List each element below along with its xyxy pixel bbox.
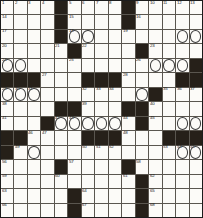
clue-number: 58	[136, 160, 140, 164]
clue-number: 41	[2, 116, 6, 120]
cell-r11c5[interactable]	[55, 146, 67, 159]
cell-r1c3[interactable]: 3	[28, 1, 40, 14]
cell-r9c3[interactable]	[28, 117, 40, 130]
clue-number: 28	[123, 73, 127, 77]
clue-number: 5	[69, 1, 71, 5]
cell-r4c4[interactable]	[41, 44, 53, 57]
clue-number: 51	[96, 145, 100, 149]
block-cell-r1c5	[55, 1, 67, 14]
cell-r1c11[interactable]: 9	[136, 1, 148, 14]
clue-number: 2	[15, 1, 17, 5]
cell-r2c8[interactable]	[95, 15, 107, 28]
cell-r4c8[interactable]	[95, 44, 107, 57]
cell-r10c4[interactable]: 47	[41, 131, 53, 144]
cell-r7c7[interactable]: 32	[82, 88, 94, 101]
circle-marker-icon	[2, 88, 13, 100]
block-cell-r4c6	[68, 44, 80, 57]
cell-r2c4[interactable]	[41, 15, 53, 28]
block-cell-r15c6	[68, 204, 80, 217]
cell-r3c1[interactable]: 17	[1, 30, 13, 43]
clue-number: 48	[123, 131, 127, 135]
circle-marker-icon	[55, 117, 66, 129]
cell-r14c7[interactable]: 64	[82, 189, 94, 202]
cell-r14c13[interactable]	[163, 189, 175, 202]
cell-r15c3[interactable]	[28, 204, 40, 217]
block-cell-r6c2	[14, 73, 26, 86]
clue-number: 18	[69, 29, 73, 33]
cell-r15c2[interactable]	[14, 204, 26, 217]
cell-r9c14[interactable]	[176, 117, 188, 130]
cell-r3c8[interactable]	[95, 30, 107, 43]
cell-r1c1[interactable]: 1	[1, 1, 13, 14]
cell-r1c6[interactable]: 5	[68, 1, 80, 14]
cell-r14c8[interactable]	[95, 189, 107, 202]
cell-r7c2[interactable]: 30	[14, 88, 26, 101]
cell-r6c11[interactable]	[136, 73, 148, 86]
cell-r5c11[interactable]: 26	[136, 59, 148, 72]
cell-r4c9[interactable]	[109, 44, 121, 57]
cell-r9c1[interactable]: 41	[1, 117, 13, 130]
block-cell-r1c10	[122, 1, 134, 14]
cell-r5c5[interactable]	[55, 59, 67, 72]
cell-r6c4[interactable]: 27	[41, 73, 53, 86]
cell-r15c12[interactable]: 68	[149, 204, 161, 217]
cell-r3c12[interactable]	[149, 30, 161, 43]
block-cell-r10c13	[163, 131, 175, 144]
block-cell-r6c7	[82, 73, 94, 86]
cell-r1c8[interactable]: 7	[95, 1, 107, 14]
cell-r11c15[interactable]: 55	[190, 146, 202, 159]
cell-r9c2[interactable]	[14, 117, 26, 130]
cell-r14c2[interactable]	[14, 189, 26, 202]
cell-r11c10[interactable]	[122, 146, 134, 159]
cell-r5c14[interactable]	[176, 59, 188, 72]
block-cell-r13c11	[136, 175, 148, 188]
circle-marker-icon	[150, 59, 161, 71]
cell-r6c6[interactable]	[68, 73, 80, 86]
clue-number: 16	[136, 15, 140, 19]
cell-r3c2[interactable]	[14, 30, 26, 43]
clue-number: 4	[42, 1, 44, 5]
cell-r4c12[interactable]: 23	[149, 44, 161, 57]
cell-r15c9[interactable]	[109, 204, 121, 217]
cell-r12c11[interactable]: 58	[136, 160, 148, 173]
cell-r13c5[interactable]: 60	[55, 175, 67, 188]
cell-r9c7[interactable]	[82, 117, 94, 130]
clue-number: 53	[163, 145, 167, 149]
cell-r7c4[interactable]	[41, 88, 53, 101]
cell-r9c5[interactable]: 42	[55, 117, 67, 130]
clue-number: 25	[69, 58, 73, 62]
cell-r5c3[interactable]	[28, 59, 40, 72]
cell-r9c9[interactable]	[109, 117, 121, 130]
cell-r2c11[interactable]: 16	[136, 15, 148, 28]
cell-r3c13[interactable]	[163, 30, 175, 43]
circle-marker-icon	[177, 30, 188, 42]
cell-r12c14[interactable]	[176, 160, 188, 173]
cell-r11c11[interactable]	[136, 146, 148, 159]
cell-r13c15[interactable]	[190, 175, 202, 188]
cell-r8c15[interactable]	[190, 102, 202, 115]
block-cell-r15c11	[136, 204, 148, 217]
block-cell-r6c3	[28, 73, 40, 86]
clue-number: 27	[42, 73, 46, 77]
cell-r9c13[interactable]	[163, 117, 175, 130]
cell-r12c13[interactable]	[163, 160, 175, 173]
block-cell-r12c10	[122, 160, 134, 173]
cell-r7c15[interactable]: 37	[190, 88, 202, 101]
cell-r8c3[interactable]	[28, 102, 40, 115]
cell-r11c13[interactable]: 53	[163, 146, 175, 159]
cell-r8c12[interactable]: 40	[149, 102, 161, 115]
clue-number: 44	[123, 116, 127, 120]
cell-r3c6[interactable]: 18	[68, 30, 80, 43]
clue-number: 54	[177, 145, 181, 149]
cell-r3c10[interactable]: 19	[122, 30, 134, 43]
cell-r12c8[interactable]	[95, 160, 107, 173]
cell-r5c6[interactable]: 25	[68, 59, 80, 72]
block-cell-r3c5	[55, 30, 67, 43]
cell-r1c4[interactable]: 4	[41, 1, 53, 14]
clue-number: 26	[136, 58, 140, 62]
block-cell-r6c9	[109, 73, 121, 86]
clue-number: 40	[150, 102, 154, 106]
clue-number: 21	[55, 44, 59, 48]
cell-r15c7[interactable]: 67	[82, 204, 94, 217]
cell-r15c15[interactable]	[190, 204, 202, 217]
cell-r2c14[interactable]	[176, 15, 188, 28]
cell-r11c7[interactable]: 50	[82, 146, 94, 159]
clue-number: 60	[55, 174, 59, 178]
block-cell-r5c15	[190, 59, 202, 72]
clue-number: 56	[2, 160, 6, 164]
cell-r7c8[interactable]: 33	[95, 88, 107, 101]
cell-r4c1[interactable]: 20	[1, 44, 13, 57]
cell-r6c13[interactable]	[163, 73, 175, 86]
cell-r15c13[interactable]	[163, 204, 175, 217]
cell-r13c14[interactable]	[176, 175, 188, 188]
clue-number: 20	[2, 44, 6, 48]
cell-r15c8[interactable]	[95, 204, 107, 217]
cell-r2c3[interactable]	[28, 15, 40, 28]
clue-number: 33	[96, 87, 100, 91]
cell-r7c5[interactable]	[55, 88, 67, 101]
cell-r2c1[interactable]: 14	[1, 15, 13, 28]
block-cell-r10c2	[14, 131, 26, 144]
cell-r15c4[interactable]	[41, 204, 53, 217]
clue-number: 15	[69, 15, 73, 19]
clue-number: 50	[82, 145, 86, 149]
cell-r11c14[interactable]: 54	[176, 146, 188, 159]
cell-r8c13[interactable]	[163, 102, 175, 115]
cell-r15c14[interactable]	[176, 204, 188, 217]
cell-r11c6[interactable]	[68, 146, 80, 159]
cell-r6c5[interactable]	[55, 73, 67, 86]
cell-r8c2[interactable]	[14, 102, 26, 115]
cell-r13c6[interactable]	[68, 175, 80, 188]
cell-r2c9[interactable]	[109, 15, 121, 28]
clue-number: 57	[69, 160, 73, 164]
block-cell-r6c1	[1, 73, 13, 86]
clue-number: 46	[28, 131, 32, 135]
cell-r10c3[interactable]: 46	[28, 131, 40, 144]
cell-r3c3[interactable]	[28, 30, 40, 43]
cell-r5c7[interactable]	[82, 59, 94, 72]
cell-r14c4[interactable]	[41, 189, 53, 202]
block-cell-r14c11	[136, 189, 148, 202]
cell-r7c9[interactable]: 34	[109, 88, 121, 101]
cell-r5c2[interactable]	[14, 59, 26, 72]
cell-r11c9[interactable]: 52	[109, 146, 121, 159]
cell-r3c15[interactable]	[190, 30, 202, 43]
cell-r12c2[interactable]	[14, 160, 26, 173]
cell-r1c2[interactable]: 2	[14, 1, 26, 14]
cell-r1c9[interactable]: 8	[109, 1, 121, 14]
cell-r4c5[interactable]: 21	[55, 44, 67, 57]
cell-r12c15[interactable]	[190, 160, 202, 173]
cell-r5c8[interactable]	[95, 59, 107, 72]
cell-r3c11[interactable]	[136, 30, 148, 43]
clue-number: 68	[150, 203, 154, 207]
cell-r9c12[interactable]: 45	[149, 117, 161, 130]
cell-r10c5[interactable]	[55, 131, 67, 144]
cell-r12c1[interactable]: 56	[1, 160, 13, 173]
cell-r13c8[interactable]	[95, 175, 107, 188]
cell-r15c5[interactable]	[55, 204, 67, 217]
cell-r3c4[interactable]	[41, 30, 53, 43]
clue-number: 12	[177, 1, 181, 5]
cell-r14c5[interactable]	[55, 189, 67, 202]
cell-r12c4[interactable]	[41, 160, 53, 173]
cell-r6c12[interactable]	[149, 73, 161, 86]
block-cell-r12c5	[55, 160, 67, 173]
cell-r3c14[interactable]	[176, 30, 188, 43]
cell-r13c12[interactable]: 62	[149, 175, 161, 188]
cell-r9c6[interactable]: 43	[68, 117, 80, 130]
cell-r7c11[interactable]	[136, 88, 148, 101]
cell-r14c10[interactable]	[122, 189, 134, 202]
block-cell-r4c11	[136, 44, 148, 57]
block-cell-r10c15	[190, 131, 202, 144]
block-cell-r8c10	[122, 102, 134, 115]
circle-marker-icon	[163, 59, 174, 71]
cell-r11c8[interactable]: 51	[95, 146, 107, 159]
cell-r8c8[interactable]	[95, 102, 107, 115]
cell-r4c15[interactable]	[190, 44, 202, 57]
clue-number: 9	[136, 1, 138, 5]
block-cell-r10c1	[1, 131, 13, 144]
cell-r1c12[interactable]: 10	[149, 1, 161, 14]
cell-r7c13[interactable]: 35	[163, 88, 175, 101]
cell-r7c14[interactable]: 36	[176, 88, 188, 101]
clue-number: 36	[177, 87, 181, 91]
circle-marker-icon	[2, 59, 13, 71]
cell-r1c15[interactable]: 13	[190, 1, 202, 14]
block-cell-r2c5	[55, 15, 67, 28]
cell-r4c13[interactable]	[163, 44, 175, 57]
clue-number: 63	[2, 189, 6, 193]
cell-r13c9[interactable]	[109, 175, 121, 188]
circle-marker-icon	[69, 30, 80, 42]
cell-r2c15[interactable]	[190, 15, 202, 28]
block-cell-r10c7	[82, 131, 94, 144]
cell-r2c12[interactable]	[149, 15, 161, 28]
clue-number: 3	[28, 1, 30, 5]
cell-r13c7[interactable]	[82, 175, 94, 188]
cell-r11c12[interactable]	[149, 146, 161, 159]
cell-r13c4[interactable]	[41, 175, 53, 188]
clue-number: 8	[109, 1, 111, 5]
circle-marker-icon	[82, 117, 93, 129]
cell-r9c10[interactable]: 44	[122, 117, 134, 130]
cell-r13c1[interactable]: 59	[1, 175, 13, 188]
cell-r4c3[interactable]	[28, 44, 40, 57]
block-cell-r9c11	[136, 117, 148, 130]
cell-r4c10[interactable]	[122, 44, 134, 57]
cell-r8c4[interactable]	[41, 102, 53, 115]
clue-number: 7	[96, 1, 98, 5]
cell-r2c2[interactable]	[14, 15, 26, 28]
cell-r8c1[interactable]: 38	[1, 102, 13, 115]
cell-r13c13[interactable]	[163, 175, 175, 188]
clue-number: 34	[109, 87, 113, 91]
cell-r4c14[interactable]	[176, 44, 188, 57]
block-cell-r9c4	[41, 117, 53, 130]
clue-number: 61	[123, 174, 127, 178]
clue-number: 39	[82, 102, 86, 106]
cell-r3c7[interactable]	[82, 30, 94, 43]
cell-r14c3[interactable]	[28, 189, 40, 202]
cell-r14c12[interactable]: 65	[149, 189, 161, 202]
clue-number: 66	[2, 203, 6, 207]
cell-r4c7[interactable]: 22	[82, 44, 94, 57]
block-cell-r11c1	[1, 146, 13, 159]
clue-number: 19	[123, 29, 127, 33]
cell-r11c3[interactable]	[28, 146, 40, 159]
cell-r15c10[interactable]	[122, 204, 134, 217]
cell-r12c12[interactable]	[149, 160, 161, 173]
cell-r7c3[interactable]: 31	[28, 88, 40, 101]
cell-r14c9[interactable]	[109, 189, 121, 202]
circle-marker-icon	[28, 146, 39, 158]
circle-marker-icon	[82, 30, 93, 42]
cell-r10c11[interactable]	[136, 131, 148, 144]
block-cell-r6c8	[95, 73, 107, 86]
cell-r12c9[interactable]	[109, 160, 121, 173]
clue-number: 10	[150, 1, 154, 5]
circle-marker-icon	[96, 117, 107, 129]
clue-number: 59	[2, 174, 6, 178]
circle-marker-icon	[177, 117, 188, 129]
circle-marker-icon	[177, 59, 188, 71]
block-cell-r14c6	[68, 189, 80, 202]
block-cell-r8c5	[55, 102, 67, 115]
clue-number: 30	[15, 87, 19, 91]
cell-r8c14[interactable]	[176, 102, 188, 115]
clue-number: 55	[190, 145, 194, 149]
clue-number: 11	[163, 1, 167, 5]
cell-r1c13[interactable]: 11	[163, 1, 175, 14]
cell-r13c2[interactable]	[14, 175, 26, 188]
block-cell-r7c12	[149, 88, 161, 101]
clue-number: 6	[82, 1, 84, 5]
cell-r13c3[interactable]	[28, 175, 40, 188]
clue-number: 24	[2, 58, 6, 62]
circle-marker-icon	[136, 88, 147, 100]
clue-number: 43	[69, 116, 73, 120]
cell-r5c4[interactable]	[41, 59, 53, 72]
cell-r7c1[interactable]: 29	[1, 88, 13, 101]
cell-r1c7[interactable]: 6	[82, 1, 94, 14]
clue-number: 1	[2, 1, 4, 5]
circle-marker-icon	[190, 146, 201, 158]
clue-number: 29	[2, 87, 6, 91]
clue-number: 67	[82, 203, 86, 207]
cell-r11c4[interactable]	[41, 146, 53, 159]
clue-number: 35	[163, 87, 167, 91]
cell-r7c10[interactable]	[122, 88, 134, 101]
block-cell-r6c15	[190, 73, 202, 86]
cell-r9c8[interactable]	[95, 117, 107, 130]
cell-r8c9[interactable]	[109, 102, 121, 115]
clue-number: 65	[150, 189, 154, 193]
cell-r14c1[interactable]: 63	[1, 189, 13, 202]
clue-number: 17	[2, 29, 6, 33]
cell-r2c6[interactable]: 15	[68, 15, 80, 28]
clue-number: 64	[82, 189, 86, 193]
cell-r2c7[interactable]	[82, 15, 94, 28]
clue-number: 47	[42, 131, 46, 135]
cell-r7c6[interactable]	[68, 88, 80, 101]
cell-r15c1[interactable]: 66	[1, 204, 13, 217]
clue-number: 49	[15, 145, 19, 149]
circle-marker-icon	[177, 146, 188, 158]
cell-r10c10[interactable]: 48	[122, 131, 134, 144]
circle-marker-icon	[69, 117, 80, 129]
cell-r12c6[interactable]: 57	[68, 160, 80, 173]
cell-r9c15[interactable]	[190, 117, 202, 130]
cell-r10c6[interactable]	[68, 131, 80, 144]
cell-r8c7[interactable]: 39	[82, 102, 94, 115]
block-cell-r10c8	[95, 131, 107, 144]
cell-r6c10[interactable]: 28	[122, 73, 134, 86]
block-cell-r2c10	[122, 15, 134, 28]
cell-r13c10[interactable]: 61	[122, 175, 134, 188]
cell-r5c1[interactable]: 24	[1, 59, 13, 72]
cell-r10c12[interactable]	[149, 131, 161, 144]
cell-r1c14[interactable]: 12	[176, 1, 188, 14]
clue-number: 23	[150, 44, 154, 48]
clue-number: 45	[150, 116, 154, 120]
cell-r12c7[interactable]	[82, 160, 94, 173]
cell-r12c3[interactable]	[28, 160, 40, 173]
clue-number: 32	[82, 87, 86, 91]
clue-number: 62	[150, 174, 154, 178]
cell-r3c9[interactable]	[109, 30, 121, 43]
cell-r11c2[interactable]: 49	[14, 146, 26, 159]
circle-marker-icon	[190, 30, 201, 42]
cell-r5c13[interactable]	[163, 59, 175, 72]
cell-r5c12[interactable]	[149, 59, 161, 72]
clue-number: 13	[190, 1, 194, 5]
cell-r14c15[interactable]	[190, 189, 202, 202]
cell-r5c9[interactable]	[109, 59, 121, 72]
cell-r5c10[interactable]	[122, 59, 134, 72]
cell-r2c13[interactable]	[163, 15, 175, 28]
cell-r14c14[interactable]	[176, 189, 188, 202]
cell-r4c2[interactable]	[14, 44, 26, 57]
block-cell-r10c14	[176, 131, 188, 144]
